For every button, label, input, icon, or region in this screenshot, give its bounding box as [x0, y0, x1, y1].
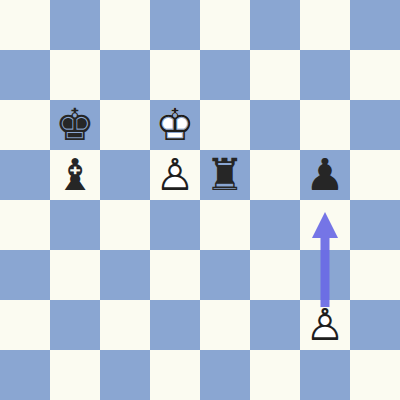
piece-solid-glyph: ♝ — [50, 150, 100, 200]
piece-black-king[interactable]: ♚ — [50, 100, 100, 150]
square-f3[interactable] — [250, 250, 300, 300]
square-e1[interactable] — [200, 350, 250, 400]
square-e7[interactable] — [200, 50, 250, 100]
square-b4[interactable] — [50, 200, 100, 250]
square-e4[interactable] — [200, 200, 250, 250]
square-a8[interactable] — [0, 0, 50, 50]
square-b8[interactable] — [50, 0, 100, 50]
square-a2[interactable] — [0, 300, 50, 350]
piece-black-bishop[interactable]: ♝ — [50, 150, 100, 200]
square-a1[interactable] — [0, 350, 50, 400]
piece-white-king[interactable]: ♚♔ — [150, 100, 200, 150]
piece-solid-glyph: ♚ — [50, 100, 100, 150]
square-d8[interactable] — [150, 0, 200, 50]
square-d7[interactable] — [150, 50, 200, 100]
square-e5[interactable]: ♜ — [200, 150, 250, 200]
chess-board-wrap: ♚♚♔♝♟♙♜♟♟♙ — [0, 0, 400, 400]
square-e2[interactable] — [200, 300, 250, 350]
square-a7[interactable] — [0, 50, 50, 100]
square-g4[interactable] — [300, 200, 350, 250]
square-g7[interactable] — [300, 50, 350, 100]
square-a5[interactable] — [0, 150, 50, 200]
square-h2[interactable] — [350, 300, 400, 350]
square-g8[interactable] — [300, 0, 350, 50]
square-b2[interactable] — [50, 300, 100, 350]
square-h3[interactable] — [350, 250, 400, 300]
piece-black-pawn[interactable]: ♟ — [300, 150, 350, 200]
square-h7[interactable] — [350, 50, 400, 100]
square-a6[interactable] — [0, 100, 50, 150]
piece-outline-glyph: ♙ — [150, 150, 200, 200]
square-b5[interactable]: ♝ — [50, 150, 100, 200]
piece-solid-glyph: ♟ — [300, 150, 350, 200]
square-a4[interactable] — [0, 200, 50, 250]
square-g2[interactable]: ♟♙ — [300, 300, 350, 350]
piece-outline-glyph: ♔ — [150, 100, 200, 150]
square-f5[interactable] — [250, 150, 300, 200]
square-c6[interactable] — [100, 100, 150, 150]
square-c5[interactable] — [100, 150, 150, 200]
square-d1[interactable] — [150, 350, 200, 400]
piece-outline-glyph: ♙ — [300, 300, 350, 350]
square-f1[interactable] — [250, 350, 300, 400]
square-c1[interactable] — [100, 350, 150, 400]
square-b6[interactable]: ♚ — [50, 100, 100, 150]
square-h6[interactable] — [350, 100, 400, 150]
piece-solid-glyph: ♜ — [200, 150, 250, 200]
square-c8[interactable] — [100, 0, 150, 50]
square-f8[interactable] — [250, 0, 300, 50]
square-b1[interactable] — [50, 350, 100, 400]
piece-white-pawn[interactable]: ♟♙ — [150, 150, 200, 200]
square-a3[interactable] — [0, 250, 50, 300]
square-e6[interactable] — [200, 100, 250, 150]
square-c3[interactable] — [100, 250, 150, 300]
square-d2[interactable] — [150, 300, 200, 350]
piece-black-rook[interactable]: ♜ — [200, 150, 250, 200]
square-e8[interactable] — [200, 0, 250, 50]
square-b7[interactable] — [50, 50, 100, 100]
square-h5[interactable] — [350, 150, 400, 200]
piece-white-pawn[interactable]: ♟♙ — [300, 300, 350, 350]
square-g3[interactable] — [300, 250, 350, 300]
square-d5[interactable]: ♟♙ — [150, 150, 200, 200]
square-b3[interactable] — [50, 250, 100, 300]
square-c2[interactable] — [100, 300, 150, 350]
square-d4[interactable] — [150, 200, 200, 250]
square-g5[interactable]: ♟ — [300, 150, 350, 200]
square-c7[interactable] — [100, 50, 150, 100]
square-g6[interactable] — [300, 100, 350, 150]
square-f6[interactable] — [250, 100, 300, 150]
square-c4[interactable] — [100, 200, 150, 250]
square-h1[interactable] — [350, 350, 400, 400]
square-g1[interactable] — [300, 350, 350, 400]
square-d6[interactable]: ♚♔ — [150, 100, 200, 150]
square-f7[interactable] — [250, 50, 300, 100]
square-h4[interactable] — [350, 200, 400, 250]
square-h8[interactable] — [350, 0, 400, 50]
chess-board: ♚♚♔♝♟♙♜♟♟♙ — [0, 0, 400, 400]
square-f4[interactable] — [250, 200, 300, 250]
square-d3[interactable] — [150, 250, 200, 300]
square-f2[interactable] — [250, 300, 300, 350]
square-e3[interactable] — [200, 250, 250, 300]
